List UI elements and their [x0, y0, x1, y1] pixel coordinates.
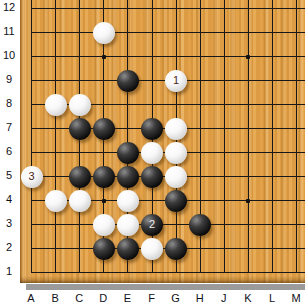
- stone-white-G9[interactable]: 1: [165, 70, 187, 92]
- column-label-M: M: [286, 292, 305, 306]
- board-bottom-bevel: [20, 276, 305, 283]
- row-label-7: 7: [0, 121, 18, 135]
- row-label-10: 10: [0, 49, 18, 63]
- row-label-4: 4: [0, 193, 18, 207]
- stone-black-C7[interactable]: [69, 118, 91, 140]
- column-label-H: H: [190, 292, 210, 306]
- board-left-bevel: [20, 0, 27, 283]
- stone-black-C5[interactable]: [69, 166, 91, 188]
- move-number-label: 3: [28, 171, 34, 182]
- grid-line-vertical: [55, 0, 56, 272]
- stone-white-D3[interactable]: [93, 214, 115, 236]
- column-label-D: D: [93, 292, 113, 306]
- stone-black-H3[interactable]: [189, 214, 211, 236]
- column-label-L: L: [262, 292, 282, 306]
- star-point-D10: [102, 55, 106, 59]
- stone-white-B4[interactable]: [45, 190, 67, 212]
- stone-black-F5[interactable]: [141, 166, 163, 188]
- row-label-3: 3: [0, 217, 18, 231]
- row-label-11: 11: [0, 25, 18, 39]
- star-point-K4: [246, 199, 250, 203]
- stone-white-E3[interactable]: [117, 214, 139, 236]
- stone-black-E2[interactable]: [117, 238, 139, 260]
- stone-black-E6[interactable]: [117, 142, 139, 164]
- stone-white-D11[interactable]: [93, 22, 115, 44]
- stone-white-C4[interactable]: [69, 190, 91, 212]
- column-label-E: E: [117, 292, 137, 306]
- row-label-1: 1: [0, 265, 18, 279]
- grid-line-horizontal: [31, 8, 305, 9]
- column-label-B: B: [45, 292, 65, 306]
- row-label-8: 8: [0, 97, 18, 111]
- stone-white-C8[interactable]: [69, 94, 91, 116]
- stone-black-G2[interactable]: [165, 238, 187, 260]
- star-point-D4: [102, 199, 106, 203]
- stone-black-D7[interactable]: [93, 118, 115, 140]
- grid-line-vertical: [272, 0, 273, 272]
- stone-white-E4[interactable]: [117, 190, 139, 212]
- grid-line-horizontal: [31, 224, 305, 225]
- grid-line-vertical: [296, 0, 297, 272]
- stone-white-A5[interactable]: 3: [21, 166, 43, 188]
- stone-black-E9[interactable]: [117, 70, 139, 92]
- stone-black-F7[interactable]: [141, 118, 163, 140]
- column-label-K: K: [238, 292, 258, 306]
- stone-white-F2[interactable]: [141, 238, 163, 260]
- grid-line-vertical: [248, 0, 249, 272]
- star-point-K10: [246, 55, 250, 59]
- column-label-C: C: [69, 292, 89, 306]
- stone-white-G7[interactable]: [165, 118, 187, 140]
- column-label-J: J: [214, 292, 234, 306]
- grid-line-vertical: [31, 0, 32, 272]
- stone-white-F6[interactable]: [141, 142, 163, 164]
- go-app-window: 132 121110987654321 ABCDEFGHJKLM: [0, 0, 305, 308]
- stone-white-B8[interactable]: [45, 94, 67, 116]
- grid-line-horizontal: [31, 272, 305, 273]
- row-label-2: 2: [0, 241, 18, 255]
- row-label-9: 9: [0, 73, 18, 87]
- column-label-F: F: [142, 292, 162, 306]
- row-label-5: 5: [0, 169, 18, 183]
- grid-line-horizontal: [31, 56, 305, 57]
- column-label-G: G: [166, 292, 186, 306]
- move-number-label: 1: [173, 75, 179, 86]
- go-board[interactable]: 132: [20, 0, 305, 283]
- row-label-12: 12: [0, 1, 18, 15]
- grid-line-vertical: [224, 0, 225, 272]
- stone-black-F3[interactable]: 2: [141, 214, 163, 236]
- stone-black-G4[interactable]: [165, 190, 187, 212]
- stone-black-D2[interactable]: [93, 238, 115, 260]
- stone-black-E5[interactable]: [117, 166, 139, 188]
- stone-white-G5[interactable]: [165, 166, 187, 188]
- stone-white-G6[interactable]: [165, 142, 187, 164]
- board-drop-shadow: [26, 284, 305, 290]
- column-label-A: A: [21, 292, 41, 306]
- stone-black-D5[interactable]: [93, 166, 115, 188]
- move-number-label: 2: [149, 219, 155, 230]
- grid-line-horizontal: [31, 32, 305, 33]
- row-label-6: 6: [0, 145, 18, 159]
